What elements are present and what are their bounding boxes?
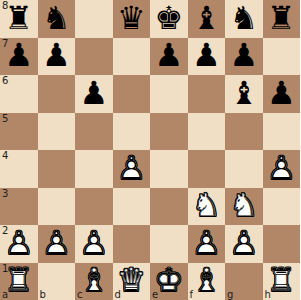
square-d2[interactable]	[113, 225, 151, 263]
black-queen: ♛	[113, 0, 151, 38]
black-knight: ♞	[225, 0, 263, 38]
square-f1[interactable]: f♝♗	[188, 263, 226, 300]
square-e8[interactable]: ♚	[150, 0, 188, 38]
square-h6[interactable]: ♟	[263, 75, 301, 113]
file-label-g: g	[227, 290, 233, 300]
square-d3[interactable]	[113, 188, 151, 226]
square-h7[interactable]	[263, 38, 301, 76]
square-g8[interactable]: ♞	[225, 0, 263, 38]
white-bishop: ♝♗	[188, 263, 226, 300]
square-c6[interactable]: ♟	[75, 75, 113, 113]
black-pawn: ♟	[263, 75, 301, 113]
square-h8[interactable]: ♜	[263, 0, 301, 38]
square-g1[interactable]: g	[225, 263, 263, 300]
square-d8[interactable]: ♛	[113, 0, 151, 38]
square-c5[interactable]	[75, 113, 113, 151]
black-knight: ♞	[38, 0, 76, 38]
square-e7[interactable]: ♟	[150, 38, 188, 76]
square-c7[interactable]	[75, 38, 113, 76]
white-rook: ♜♖	[0, 263, 38, 300]
white-pawn: ♟♙	[0, 225, 38, 263]
white-pawn: ♟♙	[38, 225, 76, 263]
square-g5[interactable]	[225, 113, 263, 151]
white-pawn: ♟♙	[75, 225, 113, 263]
square-g7[interactable]: ♟	[225, 38, 263, 76]
square-a2[interactable]: 2♟♙	[0, 225, 38, 263]
white-bishop: ♝♗	[75, 263, 113, 300]
square-g3[interactable]: ♞♘	[225, 188, 263, 226]
white-queen: ♛♕	[113, 263, 151, 300]
square-g4[interactable]	[225, 150, 263, 188]
square-b6[interactable]	[38, 75, 76, 113]
square-c3[interactable]	[75, 188, 113, 226]
square-f6[interactable]	[188, 75, 226, 113]
square-b7[interactable]: ♟	[38, 38, 76, 76]
square-c4[interactable]	[75, 150, 113, 188]
square-f8[interactable]: ♝	[188, 0, 226, 38]
black-pawn: ♟	[75, 75, 113, 113]
file-label-b: b	[40, 290, 46, 300]
square-f7[interactable]: ♟	[188, 38, 226, 76]
square-a8[interactable]: 8♜	[0, 0, 38, 38]
white-knight: ♞♘	[188, 188, 226, 226]
black-rook: ♜	[263, 0, 301, 38]
square-e4[interactable]	[150, 150, 188, 188]
square-f4[interactable]	[188, 150, 226, 188]
black-pawn: ♟	[225, 38, 263, 76]
square-h1[interactable]: h♜♖	[263, 263, 301, 300]
white-rook: ♜♖	[263, 263, 301, 300]
square-d6[interactable]	[113, 75, 151, 113]
square-d4[interactable]: ♟♙	[113, 150, 151, 188]
black-pawn: ♟	[150, 38, 188, 76]
black-pawn: ♟	[0, 38, 38, 76]
rank-label-6: 6	[2, 76, 8, 86]
black-pawn: ♟	[38, 38, 76, 76]
square-a3[interactable]: 3	[0, 188, 38, 226]
chess-board: 8♜♞♛♚♝♞♜7♟♟♟♟♟6♟♝♟54♟♙♟♙3♞♘♞♘2♟♙♟♙♟♙♟♙♟♙…	[0, 0, 300, 300]
square-f3[interactable]: ♞♘	[188, 188, 226, 226]
white-pawn: ♟♙	[225, 225, 263, 263]
square-h4[interactable]: ♟♙	[263, 150, 301, 188]
white-pawn: ♟♙	[188, 225, 226, 263]
square-h3[interactable]	[263, 188, 301, 226]
square-b8[interactable]: ♞	[38, 0, 76, 38]
square-c1[interactable]: c♝♗	[75, 263, 113, 300]
black-bishop: ♝	[225, 75, 263, 113]
rank-label-3: 3	[2, 189, 8, 199]
rank-label-5: 5	[2, 114, 8, 124]
square-b4[interactable]	[38, 150, 76, 188]
white-pawn: ♟♙	[113, 150, 151, 188]
white-pawn: ♟♙	[263, 150, 301, 188]
square-f2[interactable]: ♟♙	[188, 225, 226, 263]
white-knight: ♞♘	[225, 188, 263, 226]
black-rook: ♜	[0, 0, 38, 38]
black-pawn: ♟	[188, 38, 226, 76]
black-bishop: ♝	[188, 0, 226, 38]
square-e3[interactable]	[150, 188, 188, 226]
square-a5[interactable]: 5	[0, 113, 38, 151]
square-d5[interactable]	[113, 113, 151, 151]
square-e5[interactable]	[150, 113, 188, 151]
square-e1[interactable]: e♚♔	[150, 263, 188, 300]
square-h2[interactable]	[263, 225, 301, 263]
rank-label-4: 4	[2, 151, 8, 161]
square-b1[interactable]: b	[38, 263, 76, 300]
square-d7[interactable]	[113, 38, 151, 76]
square-e6[interactable]	[150, 75, 188, 113]
square-a6[interactable]: 6	[0, 75, 38, 113]
square-a4[interactable]: 4	[0, 150, 38, 188]
square-c2[interactable]: ♟♙	[75, 225, 113, 263]
square-h5[interactable]	[263, 113, 301, 151]
square-c8[interactable]	[75, 0, 113, 38]
square-b3[interactable]	[38, 188, 76, 226]
square-a1[interactable]: 1a♜♖	[0, 263, 38, 300]
square-g2[interactable]: ♟♙	[225, 225, 263, 263]
black-king: ♚	[150, 0, 188, 38]
square-b2[interactable]: ♟♙	[38, 225, 76, 263]
square-e2[interactable]	[150, 225, 188, 263]
square-a7[interactable]: 7♟	[0, 38, 38, 76]
square-b5[interactable]	[38, 113, 76, 151]
square-d1[interactable]: d♛♕	[113, 263, 151, 300]
square-f5[interactable]	[188, 113, 226, 151]
square-g6[interactable]: ♝	[225, 75, 263, 113]
white-king: ♚♔	[150, 263, 188, 300]
